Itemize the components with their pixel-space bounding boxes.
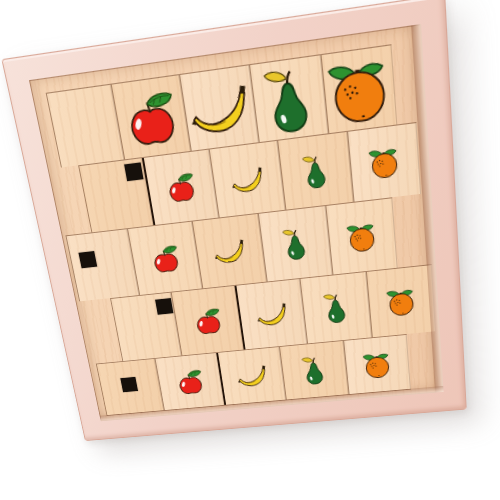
tile-banana-row2[interactable] [209,141,286,218]
tile-apple-row2[interactable] [142,150,219,226]
pear-icon [322,292,350,325]
pear-icon [300,355,328,386]
apple-icon [148,243,182,275]
tile-banana-row5[interactable] [216,347,286,405]
black-square-marker [78,251,97,268]
tile-pear-row1[interactable] [249,55,328,142]
tile-banana-row3[interactable] [192,214,267,288]
tile-orange-row2[interactable] [347,123,421,202]
orange-icon [366,145,402,181]
black-square-marker [120,377,138,392]
orange-icon [361,350,394,380]
apple-icon [164,171,199,205]
tile-blank-row2[interactable] [78,158,153,232]
orange-icon [344,220,379,253]
tile-pear-row2[interactable] [277,132,353,210]
tile-orange-row4[interactable] [366,265,436,337]
tile-orange-row1[interactable] [321,45,398,133]
pear-icon [301,153,331,190]
tile-pear-row4[interactable] [300,272,372,343]
pear-icon [281,227,310,262]
board-frame [1,0,466,441]
banana-icon [229,164,266,196]
tile-banana-row1[interactable] [179,65,259,151]
tile-orange-row3[interactable] [325,198,397,274]
orange-icon [384,286,418,317]
wood-grain [47,85,123,167]
banana-icon [254,301,289,329]
tile-banana-row4[interactable] [235,279,308,350]
apple-icon [120,88,183,151]
tile-apple-row5[interactable] [155,353,225,410]
tile-apple-row4[interactable] [171,286,244,356]
banana-icon [183,80,255,141]
photo-scene [0,0,500,500]
tile-pear-row3[interactable] [258,206,333,282]
board-tray [29,24,444,421]
black-square-marker [124,163,143,182]
tile-apple-row1[interactable] [111,75,191,159]
tile-orange-row5[interactable] [343,335,411,394]
tile-apple-row3[interactable] [127,222,202,295]
banana-icon [211,237,247,267]
tile-pear-row5[interactable] [279,341,349,400]
apple-icon [191,306,224,336]
tile-blank-row4[interactable] [110,293,181,361]
apple-icon [174,368,206,396]
pear-icon [260,64,317,136]
tile-blank-row5[interactable] [96,359,164,415]
banana-icon [234,363,268,389]
black-square-marker [155,298,173,315]
orange-icon [324,54,395,127]
wood-grain [67,229,139,301]
